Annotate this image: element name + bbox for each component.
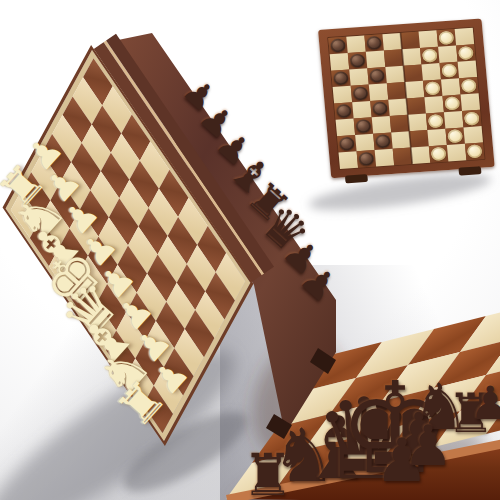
checkers-square — [372, 116, 392, 134]
checkers-square — [366, 51, 386, 69]
checkers-square — [408, 114, 428, 132]
checkers-square — [390, 115, 410, 133]
checkers-square — [333, 86, 353, 104]
checkers-square — [369, 83, 389, 101]
dark-checker — [339, 137, 355, 151]
dark-checker — [330, 38, 346, 52]
checkers-square — [373, 132, 393, 150]
checkers-square — [437, 29, 457, 47]
checkers-square — [354, 117, 374, 135]
light-checker — [444, 96, 460, 110]
checkers-square — [426, 112, 446, 130]
dark-rook-piece: ♜ — [240, 174, 296, 230]
checkers-square — [382, 33, 402, 51]
light-checker — [461, 79, 477, 93]
checkers-square — [419, 30, 439, 48]
checkers-square — [388, 98, 408, 116]
dark-bishop-piece: ♝ — [222, 146, 281, 205]
checkers-square — [409, 130, 429, 148]
checkers-square — [438, 45, 458, 63]
checkers-square — [402, 48, 422, 66]
light-checker — [467, 144, 483, 158]
dark-checker — [369, 69, 385, 83]
checkers-square — [411, 146, 431, 164]
light-checker — [464, 111, 480, 125]
closeup-board-surface — [226, 277, 500, 499]
checkers-square — [445, 127, 465, 145]
checkers-square — [355, 134, 375, 152]
checkers-square — [367, 67, 387, 85]
checkers-square — [349, 68, 369, 86]
dark-checker — [350, 53, 366, 67]
light-checker — [428, 114, 444, 128]
checkers-square — [427, 129, 447, 147]
checkers-square — [384, 49, 404, 67]
checkers-square — [370, 100, 390, 118]
dark-checker — [336, 104, 352, 118]
dark-pawn-piece: ♟ — [277, 231, 328, 282]
light-checker — [438, 31, 454, 45]
light-checker — [447, 129, 463, 143]
checkers-square — [328, 37, 348, 55]
checkers-square — [442, 95, 462, 113]
checkers-square — [357, 150, 377, 168]
checkers-square — [348, 52, 368, 70]
checkers-square — [423, 80, 443, 98]
light-checker — [425, 81, 441, 95]
checkers-square — [364, 34, 384, 52]
checkers-square — [375, 149, 395, 167]
light-checker — [441, 64, 457, 78]
dark-checker — [358, 152, 374, 166]
checkers-square — [387, 82, 407, 100]
dark-pawn-piece: ♟ — [177, 72, 222, 118]
checkers-square — [406, 97, 426, 115]
checkers-square — [441, 78, 461, 96]
checkers-square — [455, 28, 475, 46]
checkers-square — [447, 144, 467, 162]
checkers-square — [331, 69, 351, 87]
checkers-square — [334, 102, 354, 120]
board-foot — [458, 166, 481, 175]
checkers-square — [405, 81, 425, 99]
standing-chessboard-face — [6, 50, 251, 441]
checkers-square — [420, 47, 440, 65]
dark-pawn-piece: ♟ — [210, 124, 258, 172]
checkers-square — [440, 62, 460, 80]
dark-checker — [356, 119, 372, 133]
dark-checker — [372, 101, 388, 115]
checkers-square — [351, 85, 371, 103]
dark-queen-piece: ♛ — [252, 195, 319, 262]
checkers-square — [336, 119, 356, 137]
checkers-square — [463, 126, 483, 144]
checkers-square — [465, 143, 485, 161]
checkers-square — [330, 53, 350, 71]
dark-checker — [353, 86, 369, 100]
checkers-square — [337, 135, 357, 153]
checkers-square — [421, 63, 441, 81]
checkers-square — [403, 64, 423, 82]
checkers-grid — [327, 27, 485, 170]
dark-pawn-piece: ♟ — [193, 97, 241, 145]
checkers-square — [352, 101, 372, 119]
dark-pawn-piece: ♟ — [294, 258, 345, 309]
dark-checker — [333, 71, 349, 85]
checkers-square — [385, 66, 405, 84]
checkers-square — [391, 131, 411, 149]
dark-checker — [375, 134, 391, 148]
checkers-square — [456, 44, 476, 62]
checkers-square — [444, 111, 464, 129]
dark-checker — [366, 36, 382, 50]
checkers-square — [346, 35, 366, 53]
checkers-square — [459, 77, 479, 95]
light-checker — [422, 48, 438, 62]
checkers-square — [339, 151, 359, 169]
checkers-square — [393, 148, 413, 166]
checkers-square — [424, 96, 444, 114]
checkers-square — [400, 32, 420, 50]
light-checker — [431, 147, 447, 161]
checkers-square — [461, 93, 481, 111]
checkers-board — [318, 19, 495, 179]
product-photo-stage: ♟♟♟♟♟♟♟♟♜♞♝♚♛♝♞♜♟♟♟♝♜♛♟♟♜♞♝♛♚♟♞♜♟♟♟ — [0, 0, 500, 500]
checkers-square — [429, 145, 449, 163]
board-foot — [345, 174, 368, 183]
light-checker — [458, 46, 474, 60]
checkers-square — [462, 110, 482, 128]
checkers-square — [458, 61, 478, 79]
